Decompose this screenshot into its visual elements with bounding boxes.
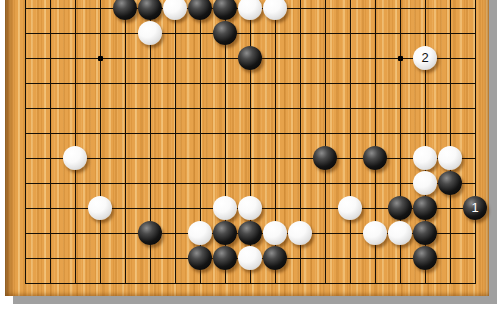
star-point <box>398 56 403 61</box>
stone-white <box>413 146 437 170</box>
stone-black <box>213 221 237 245</box>
go-board[interactable]: 21 <box>5 0 489 296</box>
stone-white <box>238 196 262 220</box>
stone-black <box>238 46 262 70</box>
board-grid[interactable]: 21 <box>13 0 488 296</box>
stone-white <box>263 0 287 20</box>
stone-white <box>188 221 212 245</box>
stone-black <box>413 196 437 220</box>
stone-white <box>213 196 237 220</box>
stone-black: 1 <box>463 196 487 220</box>
stone-white <box>238 246 262 270</box>
stone-black <box>138 0 162 20</box>
go-board-screenshot: 21 <box>0 0 500 310</box>
stone-black <box>188 0 212 20</box>
stone-white <box>88 196 112 220</box>
stone-black <box>438 171 462 195</box>
stone-white <box>263 221 287 245</box>
stone-white <box>163 0 187 20</box>
stone-black <box>388 196 412 220</box>
stone-black <box>413 246 437 270</box>
stone-black <box>363 146 387 170</box>
stone-white <box>413 171 437 195</box>
stone-white <box>238 0 262 20</box>
stone-white <box>363 221 387 245</box>
stone-white <box>63 146 87 170</box>
stone-black <box>263 246 287 270</box>
stone-black <box>138 221 162 245</box>
stone-black <box>213 0 237 20</box>
stone-black <box>188 246 212 270</box>
stone-white: 2 <box>413 46 437 70</box>
stone-white <box>138 21 162 45</box>
stone-white <box>388 221 412 245</box>
move-number-label: 1 <box>471 196 478 220</box>
stone-white <box>338 196 362 220</box>
stone-white <box>288 221 312 245</box>
stone-black <box>213 21 237 45</box>
stone-black <box>313 146 337 170</box>
stone-black <box>238 221 262 245</box>
stone-black <box>113 0 137 20</box>
stone-white <box>438 146 462 170</box>
star-point <box>98 56 103 61</box>
move-number-label: 2 <box>421 46 428 70</box>
stone-black <box>213 246 237 270</box>
stone-black <box>413 221 437 245</box>
